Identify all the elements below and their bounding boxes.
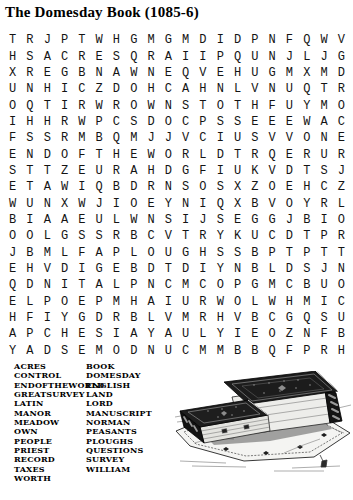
grid-cell: I (56, 277, 73, 293)
grid-cell: I (212, 32, 229, 48)
grid-cell: G (246, 277, 263, 293)
grid-cell: R (56, 114, 73, 130)
grid-cell: W (298, 114, 315, 130)
grid-cell: C (194, 277, 211, 293)
grid-cell: J (281, 48, 298, 64)
grid-cell: S (108, 48, 125, 64)
grid-cell: I (315, 212, 332, 228)
grid-cell: R (333, 146, 350, 162)
grid-cell: N (177, 195, 194, 211)
grid-cell: O (160, 146, 177, 162)
grid-cell: W (125, 212, 142, 228)
grid-cell: G (73, 310, 90, 326)
grid-cell: U (177, 326, 194, 342)
grid-cell: B (108, 179, 125, 195)
grid-cell: D (333, 65, 350, 81)
grid-cell: O (263, 326, 280, 342)
grid-cell: B (73, 65, 90, 81)
word-list-item: WILLIAM (86, 465, 152, 474)
grid-cell: U (160, 343, 177, 359)
grid-cell: N (90, 65, 107, 81)
grid-cell: E (4, 146, 21, 162)
grid-cell: P (90, 294, 107, 310)
grid-cell: Q (298, 32, 315, 48)
grid-cell: D (229, 32, 246, 48)
grid-cell: M (263, 277, 280, 293)
grid-cell: T (229, 146, 246, 162)
grid-cell: I (229, 326, 246, 342)
grid-cell: F (21, 310, 38, 326)
grid-cell: I (194, 261, 211, 277)
grid-cell: H (39, 114, 56, 130)
grid-cell: Y (212, 261, 229, 277)
grid-cell: T (281, 244, 298, 260)
grid-cell: I (108, 195, 125, 211)
grid-cell: O (125, 195, 142, 211)
grid-cell: P (212, 48, 229, 64)
grid-cell: C (333, 294, 350, 310)
grid-cell: S (177, 97, 194, 113)
grid-cell: M (177, 310, 194, 326)
grid-cell: Y (142, 326, 159, 342)
grid-cell: M (315, 97, 332, 113)
grid-cell: R (142, 48, 159, 64)
grid-cell: S (315, 310, 332, 326)
grid-cell: N (263, 32, 280, 48)
grid-cell: D (90, 310, 107, 326)
grid-cell: H (194, 244, 211, 260)
grid-cell: Q (177, 65, 194, 81)
grid-cell: L (229, 81, 246, 97)
grid-cell: W (56, 179, 73, 195)
grid-cell: L (108, 277, 125, 293)
grid-cell: B (125, 261, 142, 277)
grid-cell: B (246, 343, 263, 359)
grid-cell: M (194, 343, 211, 359)
grid-cell: Q (298, 310, 315, 326)
grid-cell: C (73, 81, 90, 97)
grid-cell: S (160, 212, 177, 228)
grid-cell: Q (263, 146, 280, 162)
grid-cell: T (21, 163, 38, 179)
grid-cell: T (315, 81, 332, 97)
grid-cell: H (108, 32, 125, 48)
grid-cell: U (177, 294, 194, 310)
grid-cell: T (229, 97, 246, 113)
grid-cell: H (56, 326, 73, 342)
grid-cell: R (333, 228, 350, 244)
grid-cell: A (39, 48, 56, 64)
grid-cell: J (315, 261, 332, 277)
grid-cell: D (21, 277, 38, 293)
grid-cell: M (298, 294, 315, 310)
grid-cell: L (333, 195, 350, 211)
grid-cell: B (4, 212, 21, 228)
grid-cell: V (263, 130, 280, 146)
grid-cell: E (160, 65, 177, 81)
grid-cell: H (246, 97, 263, 113)
grid-cell: J (39, 32, 56, 48)
grid-cell: P (21, 326, 38, 342)
grid-cell: C (263, 228, 280, 244)
grid-cell: F (315, 326, 332, 342)
grid-cell: C (160, 81, 177, 97)
grid-cell: H (21, 114, 38, 130)
grid-cell: E (73, 326, 90, 342)
grid-cell: R (108, 228, 125, 244)
grid-cell: N (160, 97, 177, 113)
grid-cell: S (229, 244, 246, 260)
grid-cell: W (4, 195, 21, 211)
grid-cell: R (194, 310, 211, 326)
grid-cell: W (142, 146, 159, 162)
grid-cell: B (229, 343, 246, 359)
grid-cell: D (142, 261, 159, 277)
grid-cell: W (142, 97, 159, 113)
grid-cell: C (160, 277, 177, 293)
grid-cell: U (333, 310, 350, 326)
grid-cell: P (298, 244, 315, 260)
grid-cell: I (73, 261, 90, 277)
grid-cell: F (73, 244, 90, 260)
grid-cell: V (160, 228, 177, 244)
grid-cell: L (125, 244, 142, 260)
grid-cell: D (281, 228, 298, 244)
grid-cell: B (298, 212, 315, 228)
grid-cell: G (177, 163, 194, 179)
word-list-item: WORTH (14, 474, 104, 483)
grid-cell: R (73, 48, 90, 64)
grid-cell: R (333, 81, 350, 97)
grid-cell: I (194, 195, 211, 211)
grid-cell: I (160, 294, 177, 310)
grid-cell: D (212, 146, 229, 162)
grid-cell: S (212, 212, 229, 228)
grid-cell: L (246, 294, 263, 310)
grid-cell: L (21, 294, 38, 310)
grid-cell: D (125, 179, 142, 195)
grid-cell: D (177, 261, 194, 277)
grid-cell: Y (212, 326, 229, 342)
grid-cell: V (333, 32, 350, 48)
grid-cell: J (90, 195, 107, 211)
grid-cell: X (229, 195, 246, 211)
grid-cell: T (160, 261, 177, 277)
grid-cell: Q (229, 48, 246, 64)
grid-cell: O (142, 244, 159, 260)
grid-cell: I (177, 212, 194, 228)
grid-cell: N (142, 65, 159, 81)
grid-cell: Z (246, 179, 263, 195)
grid-cell: Q (90, 179, 107, 195)
grid-cell: T (39, 163, 56, 179)
grid-cell: G (263, 212, 280, 228)
grid-cell: B (246, 261, 263, 277)
grid-cell: S (212, 244, 229, 260)
grid-cell: O (263, 179, 280, 195)
grid-cell: O (4, 228, 21, 244)
grid-cell: F (281, 32, 298, 48)
grid-cell: W (212, 294, 229, 310)
grid-cell: H (125, 294, 142, 310)
grid-cell: R (21, 32, 38, 48)
grid-cell: R (56, 130, 73, 146)
grid-cell: W (315, 32, 332, 48)
grid-cell: T (333, 244, 350, 260)
grid-cell: S (229, 114, 246, 130)
tassel (320, 455, 327, 467)
grid-cell: H (212, 310, 229, 326)
grid-cell: A (177, 81, 194, 97)
grid-cell: S (298, 261, 315, 277)
grid-cell: T (21, 179, 38, 195)
grid-cell: V (263, 195, 280, 211)
grid-cell: O (125, 81, 142, 97)
grid-cell: Y (4, 343, 21, 359)
grid-cell: C (56, 48, 73, 64)
grid-cell: Y (56, 310, 73, 326)
grid-cell: A (160, 326, 177, 342)
grid-cell: B (125, 228, 142, 244)
grid-cell: C (194, 130, 211, 146)
grid-cell: O (194, 179, 211, 195)
grid-cell: W (90, 32, 107, 48)
grid-cell: O (212, 277, 229, 293)
grid-cell: R (108, 163, 125, 179)
grid-cell: A (125, 163, 142, 179)
grid-cell: A (39, 212, 56, 228)
grid-cell: N (39, 277, 56, 293)
grid-cell: I (39, 310, 56, 326)
grid-cell: N (39, 195, 56, 211)
grid-cell: E (73, 294, 90, 310)
grid-cell: U (315, 146, 332, 162)
grid-cell: E (73, 212, 90, 228)
grid-cell: M (212, 343, 229, 359)
grid-cell: I (212, 130, 229, 146)
grid-cell: A (142, 294, 159, 310)
grid-cell: X (56, 195, 73, 211)
grid-cell: S (315, 163, 332, 179)
grid-cell: E (212, 65, 229, 81)
grid-cell: A (4, 326, 21, 342)
grid-cell: V (39, 261, 56, 277)
grid-cell: O (229, 294, 246, 310)
grid-cell: H (298, 179, 315, 195)
grid-cell: I (56, 81, 73, 97)
grid-cell: N (21, 146, 38, 162)
grid-cell: E (229, 212, 246, 228)
grid-cell: H (229, 65, 246, 81)
grid-cell: E (90, 48, 107, 64)
grid-cell: V (160, 310, 177, 326)
grid-cell: U (246, 228, 263, 244)
grid-cell: B (246, 244, 263, 260)
grid-cell: S (21, 130, 38, 146)
grid-cell: C (177, 114, 194, 130)
grid-cell: D (281, 261, 298, 277)
grid-cell: N (263, 48, 280, 64)
grid-cell: T (298, 228, 315, 244)
grid-cell: B (246, 310, 263, 326)
grid-cell: P (246, 32, 263, 48)
grid-cell: D (39, 343, 56, 359)
grid-cell: Q (21, 97, 38, 113)
grid-cell: T (194, 97, 211, 113)
grid-cell: E (108, 261, 125, 277)
grid-cell: E (281, 146, 298, 162)
grid-cell: Z (90, 81, 107, 97)
grid-cell: O (212, 97, 229, 113)
grid-cell: H (39, 81, 56, 97)
grid-cell: P (298, 343, 315, 359)
grid-cell: R (73, 97, 90, 113)
grid-cell: D (281, 163, 298, 179)
grid-cell: G (333, 48, 350, 64)
grid-cell: U (281, 81, 298, 97)
grid-cell: T (298, 163, 315, 179)
page-title: The Domesday Book (1085-6) (5, 4, 199, 21)
grid-cell: X (229, 179, 246, 195)
grid-cell: W (73, 114, 90, 130)
grid-cell: U (229, 163, 246, 179)
grid-cell: Y (298, 97, 315, 113)
grid-cell: H (194, 81, 211, 97)
grid-cell: S (56, 343, 73, 359)
grid-cell: B (21, 244, 38, 260)
grid-cell: N (229, 261, 246, 277)
grid-cell: M (125, 130, 142, 146)
grid-cell: N (298, 326, 315, 342)
grid-cell: C (281, 277, 298, 293)
grid-cell: F (263, 97, 280, 113)
grid-cell: P (39, 294, 56, 310)
grid-cell: Q (4, 277, 21, 293)
grid-cell: R (108, 310, 125, 326)
grid-cell: G (177, 244, 194, 260)
grid-cell: P (229, 277, 246, 293)
grid-cell: I (194, 48, 211, 64)
grid-cell: R (108, 97, 125, 113)
grid-cell: N (142, 277, 159, 293)
grid-cell: F (73, 146, 90, 162)
grid-cell: R (21, 65, 38, 81)
grid-cell: O (333, 212, 350, 228)
grid-cell: A (125, 326, 142, 342)
grid-cell: L (56, 244, 73, 260)
grid-cell: A (90, 244, 107, 260)
grid-cell: E (73, 163, 90, 179)
grid-cell: A (315, 114, 332, 130)
grid-cell: L (108, 212, 125, 228)
grid-cell: G (125, 32, 142, 48)
grid-cell: N (315, 130, 332, 146)
grid-cell: O (108, 343, 125, 359)
grid-cell: U (90, 212, 107, 228)
grid-cell: A (56, 212, 73, 228)
worksheet-page: The Domesday Book (1085-6) TRJPTWHGMGMDI… (0, 0, 353, 500)
grid-cell: U (246, 48, 263, 64)
grid-cell: E (281, 114, 298, 130)
grid-cell: Z (281, 326, 298, 342)
grid-cell: A (39, 179, 56, 195)
grid-cell: I (177, 48, 194, 64)
grid-cell: R (194, 228, 211, 244)
grid-cell: P (90, 114, 107, 130)
grid-cell: K (246, 163, 263, 179)
grid-cell: S (90, 228, 107, 244)
grid-cell: S (212, 179, 229, 195)
grid-cell: B (90, 130, 107, 146)
grid-cell: H (142, 163, 159, 179)
grid-cell: N (333, 261, 350, 277)
grid-cell: B (333, 326, 350, 342)
grid-cell: V (229, 310, 246, 326)
grid-cell: S (39, 130, 56, 146)
grid-cell: U (21, 195, 38, 211)
grid-cell: O (333, 277, 350, 293)
grid-cell: T (90, 146, 107, 162)
grid-cell: O (56, 294, 73, 310)
word-list-column-2: BOOKDOMESDAYENGLISHLANDLORDMANUSCRIPTNOR… (86, 362, 152, 474)
grid-cell: S (125, 114, 142, 130)
grid-cell: U (281, 97, 298, 113)
grid-cell: N (21, 81, 38, 97)
grid-cell: M (108, 294, 125, 310)
grid-cell: C (39, 326, 56, 342)
grid-cell: E (333, 130, 350, 146)
grid-cell: D (125, 343, 142, 359)
grid-cell: E (4, 261, 21, 277)
grid-cell: F (4, 130, 21, 146)
grid-cell: L (39, 228, 56, 244)
grid-cell: S (246, 130, 263, 146)
grid-cell: I (56, 97, 73, 113)
grid-cell: V (246, 81, 263, 97)
grid-cell: D (142, 114, 159, 130)
grid-cell: J (194, 212, 211, 228)
grid-cell: A (21, 343, 38, 359)
grid-cell: M (142, 32, 159, 48)
grid-cell: N (142, 212, 159, 228)
grid-cell: U (315, 277, 332, 293)
grid-cell: C (263, 310, 280, 326)
grid-cell: V (177, 130, 194, 146)
grid-cell: X (4, 65, 21, 81)
grid-cell: H (281, 294, 298, 310)
grid-cell: L (298, 48, 315, 64)
grid-cell: I (212, 163, 229, 179)
grid-cell: O (21, 228, 38, 244)
grid-cell: C (333, 114, 350, 130)
grid-cell: H (142, 81, 159, 97)
grid-cell: U (246, 65, 263, 81)
grid-cell: W (90, 97, 107, 113)
grid-cell: P (194, 114, 211, 130)
grid-cell: Q (125, 48, 142, 64)
grid-cell: S (73, 228, 90, 244)
grid-cell: J (4, 244, 21, 260)
grid-cell: E (142, 195, 159, 211)
grid-cell: Y (160, 195, 177, 211)
grid-cell: R (194, 294, 211, 310)
grid-cell: R (246, 146, 263, 162)
grid-cell: P (263, 244, 280, 260)
grid-cell: B (298, 277, 315, 293)
grid-cell: N (142, 343, 159, 359)
grid-cell: L (194, 146, 211, 162)
grid-cell: V (263, 163, 280, 179)
